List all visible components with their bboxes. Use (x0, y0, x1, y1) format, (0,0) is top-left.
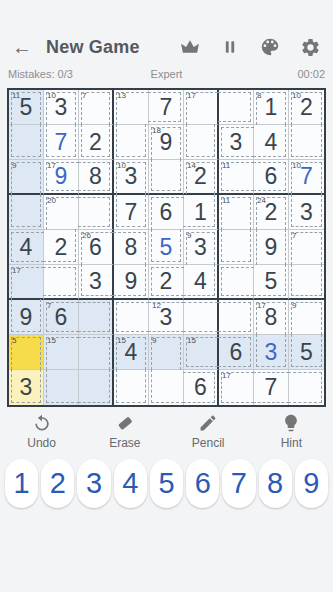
cell-r5c2[interactable]: 3 (79, 265, 114, 300)
cell-r2c5[interactable]: 142 (184, 160, 219, 195)
given-digit: 1 (194, 201, 207, 224)
cell-r0c6[interactable] (219, 90, 254, 125)
cell-r7c4[interactable]: 9 (149, 335, 184, 370)
cell-r2c3[interactable]: 103 (114, 160, 149, 195)
cage-border (221, 229, 251, 262)
cell-r1c7[interactable]: 4 (254, 125, 289, 160)
cell-r3c5[interactable]: 1 (184, 195, 219, 230)
given-digit: 6 (230, 341, 243, 364)
cage-border (78, 369, 110, 403)
cage-sum: 20 (47, 196, 56, 205)
user-digit: 3 (265, 341, 278, 364)
cage-border (11, 124, 41, 157)
user-digit: 9 (55, 165, 68, 188)
cell-r6c1[interactable]: 76 (44, 300, 79, 335)
given-digit: 2 (300, 96, 313, 119)
given-digit: 3 (160, 306, 173, 329)
cage-sum: 9 (12, 161, 16, 170)
cage-border (78, 337, 110, 370)
given-digit: 5 (265, 270, 278, 293)
cell-r5c6[interactable] (219, 265, 254, 300)
cage-border (288, 372, 322, 403)
cell-r4c8[interactable]: 7 (289, 230, 324, 265)
cell-r1c3[interactable] (114, 125, 149, 160)
cell-r8c6[interactable]: 17 (219, 370, 254, 405)
given-digit: 5 (20, 96, 33, 119)
cage-sum: 10 (292, 161, 301, 170)
numpad-2[interactable]: 2 (41, 459, 74, 508)
cell-r4c7[interactable]: 9 (254, 230, 289, 265)
cage-sum: 10 (47, 91, 56, 100)
cell-r3c4[interactable]: 6 (149, 195, 184, 230)
given-digit: 6 (55, 306, 68, 329)
given-digit: 3 (300, 201, 313, 224)
cell-r4c0[interactable]: 4 (9, 230, 44, 265)
cage-sum: 13 (117, 91, 126, 100)
cage-border (78, 302, 110, 332)
numpad-5[interactable]: 5 (150, 459, 183, 508)
cage-sum: 15 (117, 336, 126, 345)
cell-r2c4[interactable] (149, 160, 184, 195)
cell-r6c0[interactable]: 9 (9, 300, 44, 335)
numpad-7[interactable]: 7 (222, 459, 255, 508)
cell-r3c0[interactable] (9, 195, 44, 230)
cell-r2c2[interactable]: 8 (79, 160, 114, 195)
cell-r2c1[interactable]: 179 (44, 160, 79, 195)
cage-border (291, 124, 322, 157)
cell-r6c6[interactable] (219, 300, 254, 335)
cell-r8c1[interactable] (44, 370, 79, 405)
cell-r0c3[interactable]: 13 (114, 90, 149, 125)
cell-r7c1[interactable]: 15 (44, 335, 79, 370)
cell-r3c1[interactable]: 20 (44, 195, 79, 230)
given-digit: 7 (265, 376, 278, 399)
status-row: Mistakes: 0/3 Expert 00:02 (0, 66, 333, 82)
header-bar: ← New Game (0, 30, 333, 64)
cell-r4c5[interactable]: 93 (184, 230, 219, 265)
cell-r1c8[interactable] (289, 125, 324, 160)
crown-icon[interactable] (179, 36, 201, 58)
cell-r7c7[interactable]: 3 (254, 335, 289, 370)
erase-button[interactable]: Erase (83, 413, 166, 455)
cage-border (183, 302, 218, 332)
toolbar: Undo Erase Pencil Hint (0, 413, 333, 455)
cell-r7c8[interactable]: 5 (289, 335, 324, 370)
numpad-4[interactable]: 4 (114, 459, 147, 508)
given-digit: 4 (125, 341, 138, 364)
cell-r3c6[interactable]: 11 (219, 195, 254, 230)
numpad: 123456789 (5, 459, 328, 508)
cell-r5c1[interactable] (44, 265, 79, 300)
cell-r1c5[interactable] (184, 125, 219, 160)
cage-sum: 9 (292, 301, 296, 310)
cell-r3c3[interactable]: 7 (114, 195, 149, 230)
cage-border (43, 267, 76, 296)
numpad-6[interactable]: 6 (186, 459, 219, 508)
cage-sum: 8 (257, 91, 261, 100)
cell-r8c5[interactable]: 6 (184, 370, 219, 405)
cell-r1c4[interactable]: 189 (149, 125, 184, 160)
given-digit: 8 (125, 236, 138, 259)
cell-r5c8[interactable] (289, 265, 324, 300)
cage-sum: 18 (152, 126, 161, 135)
cell-r2c7[interactable]: 6 (254, 160, 289, 195)
cell-r6c7[interactable]: 178 (254, 300, 289, 335)
cage-border (46, 369, 79, 403)
undo-button[interactable]: Undo (0, 413, 83, 455)
app-screen: ← New Game Mistakes: 0/3 Expert 00:02 11… (0, 0, 333, 592)
given-digit: 2 (160, 270, 173, 293)
cell-r8c7[interactable]: 7 (254, 370, 289, 405)
given-digit: 2 (89, 131, 102, 154)
given-digit: 3 (20, 376, 33, 399)
cell-r8c4[interactable] (149, 370, 184, 405)
user-digit: 7 (55, 131, 68, 154)
cage-border (116, 302, 149, 332)
cell-r3c7[interactable]: 242 (254, 195, 289, 230)
cell-r5c7[interactable]: 5 (254, 265, 289, 300)
lightbulb-icon (281, 413, 301, 433)
cage-sum: 15 (47, 336, 56, 345)
cell-r7c3[interactable]: 154 (114, 335, 149, 370)
given-digit: 4 (194, 270, 207, 293)
pause-icon[interactable] (220, 37, 240, 57)
cage-border (186, 124, 215, 157)
numpad-8[interactable]: 8 (259, 459, 292, 508)
given-digit: 4 (265, 131, 278, 154)
given-digit: 2 (194, 165, 207, 188)
cell-r8c8[interactable] (289, 370, 324, 405)
given-digit: 9 (160, 131, 173, 154)
header-icons (179, 36, 321, 58)
user-digit: 5 (160, 236, 173, 259)
cell-r2c0[interactable]: 9 (9, 160, 44, 195)
sudoku-board: 1151037137178110272189349179810314211610… (7, 88, 326, 407)
cage-border (151, 369, 184, 403)
cage-border (218, 302, 251, 332)
given-digit: 2 (55, 236, 68, 259)
numpad-1[interactable]: 1 (5, 459, 38, 508)
pencil-label: Pencil (192, 436, 225, 450)
cell-r7c6[interactable]: 6 (219, 335, 254, 370)
cell-r0c0[interactable]: 115 (9, 90, 44, 125)
given-digit: 3 (55, 96, 68, 119)
cage-sum: 10 (292, 91, 301, 100)
cage-sum: 11 (222, 196, 230, 205)
user-digit: 7 (300, 165, 313, 188)
given-digit: 1 (265, 96, 278, 119)
cell-r0c2[interactable]: 7 (79, 90, 114, 125)
cell-r6c8[interactable]: 9 (289, 300, 324, 335)
cell-r3c8[interactable]: 3 (289, 195, 324, 230)
cell-r6c5[interactable] (184, 300, 219, 335)
cage-border (78, 197, 110, 227)
pencil-button[interactable]: Pencil (167, 413, 250, 455)
cell-r5c5[interactable]: 4 (184, 265, 219, 300)
hint-label: Hint (281, 436, 302, 450)
cell-r2c6[interactable]: 11 (219, 160, 254, 195)
given-digit: 2 (265, 201, 278, 224)
cage-sum: 17 (257, 301, 266, 310)
cage-border (291, 264, 322, 296)
cell-r4c6[interactable] (219, 230, 254, 265)
cell-r5c4[interactable]: 2 (149, 265, 184, 300)
cage-border (218, 92, 251, 122)
cell-r1c1[interactable]: 7 (44, 125, 79, 160)
settings-icon[interactable] (300, 37, 321, 58)
mistakes-counter: Mistakes: 0/3 (8, 68, 114, 80)
cage-sum: 7 (47, 301, 51, 310)
cage-sum: 9 (187, 231, 191, 240)
cell-r0c1[interactable]: 103 (44, 90, 79, 125)
numpad-3[interactable]: 3 (77, 459, 110, 508)
cage-sum: 17 (12, 266, 21, 275)
given-digit: 8 (265, 306, 278, 329)
cell-r2c8[interactable]: 107 (289, 160, 324, 195)
cage-sum: 15 (187, 336, 196, 345)
cell-r8c3[interactable] (114, 370, 149, 405)
cage-border (116, 369, 146, 403)
cell-r7c0[interactable]: 5 (9, 335, 44, 370)
cage-border (151, 159, 181, 191)
cell-r4c1[interactable]: 2 (44, 230, 79, 265)
eraser-icon (115, 413, 135, 433)
cage-sum: 10 (117, 161, 126, 170)
given-digit: 3 (89, 270, 102, 293)
cell-r4c2[interactable]: 266 (79, 230, 114, 265)
palette-icon[interactable] (259, 36, 281, 58)
cell-r6c2[interactable] (79, 300, 114, 335)
back-arrow-icon[interactable]: ← (12, 37, 32, 57)
given-digit: 6 (194, 376, 207, 399)
cage-sum: 7 (292, 231, 296, 240)
cage-border (116, 124, 146, 157)
cell-r6c4[interactable]: 123 (149, 300, 184, 335)
cell-r0c5[interactable]: 17 (184, 90, 219, 125)
cell-r8c0[interactable]: 3 (9, 370, 44, 405)
given-digit: 3 (125, 165, 138, 188)
pencil-icon (198, 413, 218, 433)
cage-sum: 17 (222, 371, 231, 380)
cell-r4c4[interactable]: 5 (149, 230, 184, 265)
cell-r5c3[interactable]: 9 (114, 265, 149, 300)
given-digit: 6 (265, 165, 278, 188)
undo-icon (32, 413, 52, 433)
cage-border (11, 194, 41, 227)
given-digit: 3 (230, 131, 243, 154)
given-digit: 5 (300, 341, 313, 364)
cage-sum: 14 (187, 161, 196, 170)
hint-button[interactable]: Hint (250, 413, 333, 455)
cage-sum: 7 (82, 91, 86, 100)
undo-label: Undo (27, 436, 56, 450)
cage-sum: 12 (152, 301, 161, 310)
page-title: New Game (46, 37, 140, 58)
cell-r0c4[interactable]: 7 (149, 90, 184, 125)
given-digit: 4 (20, 236, 33, 259)
cell-r1c2[interactable]: 2 (79, 125, 114, 160)
cage-sum: 11 (12, 91, 20, 100)
cell-r7c2[interactable] (79, 335, 114, 370)
cell-r5c0[interactable]: 17 (9, 265, 44, 300)
cage-sum: 5 (12, 336, 16, 345)
cage-sum: 17 (47, 161, 56, 170)
cell-r7c5[interactable]: 15 (184, 335, 219, 370)
cage-sum: 24 (257, 196, 266, 205)
timer: 00:02 (219, 68, 325, 80)
cage-sum: 9 (152, 336, 156, 345)
cell-r8c2[interactable] (79, 370, 114, 405)
given-digit: 9 (125, 270, 138, 293)
erase-label: Erase (109, 436, 140, 450)
given-digit: 9 (265, 236, 278, 259)
given-digit: 9 (20, 306, 33, 329)
difficulty-label: Expert (114, 68, 220, 80)
cell-r4c3[interactable]: 8 (114, 230, 149, 265)
given-digit: 7 (125, 201, 138, 224)
cage-sum: 11 (222, 161, 230, 170)
given-digit: 6 (89, 236, 102, 259)
given-digit: 6 (160, 201, 173, 224)
cell-r0c8[interactable]: 102 (289, 90, 324, 125)
cell-r0c7[interactable]: 81 (254, 90, 289, 125)
cage-sum: 26 (82, 231, 91, 240)
cell-r3c2[interactable] (79, 195, 114, 230)
given-digit: 7 (160, 96, 173, 119)
cell-r1c6[interactable]: 3 (219, 125, 254, 160)
given-digit: 8 (89, 165, 102, 188)
numpad-9[interactable]: 9 (295, 459, 328, 508)
cage-sum: 17 (187, 91, 196, 100)
cage-border (221, 267, 254, 296)
given-digit: 3 (194, 236, 207, 259)
cell-r1c0[interactable] (9, 125, 44, 160)
cell-r6c3[interactable] (114, 300, 149, 335)
